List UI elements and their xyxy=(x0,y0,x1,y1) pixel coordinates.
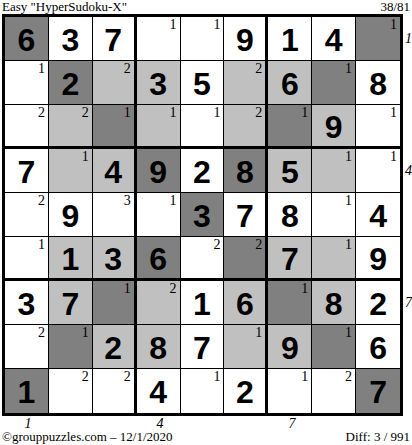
cell-r1c2[interactable]: 3 xyxy=(49,17,93,61)
cell-r8c9[interactable]: 6 xyxy=(356,325,400,369)
cell-r7c1[interactable]: 3 xyxy=(5,281,49,325)
cell-r5c8[interactable]: 1 xyxy=(312,193,356,237)
cell-r1c6[interactable]: 9 xyxy=(224,17,268,61)
given-digit: 8 xyxy=(149,330,167,364)
cell-r5c7[interactable]: 8 xyxy=(268,193,312,237)
title-bar: Easy "HyperSudoku-X" 38/81 xyxy=(2,0,410,13)
cell-r5c5[interactable]: 3 xyxy=(181,193,225,237)
given-digit: 2 xyxy=(193,154,211,188)
sudoku-board: 6371191411223526182211121917149285112931… xyxy=(2,14,403,416)
cell-r3c8[interactable]: 9 xyxy=(312,105,356,149)
cell-r6c9[interactable]: 9 xyxy=(356,237,400,281)
given-digit: 4 xyxy=(325,22,343,56)
cell-r4c9[interactable]: 1 xyxy=(356,149,400,193)
cell-r8c7[interactable]: 9 xyxy=(268,325,312,369)
cell-r2c3[interactable]: 2 xyxy=(93,61,137,105)
cell-r5c1[interactable]: 2 xyxy=(5,193,49,237)
pencil-mark: 1 xyxy=(38,61,45,76)
given-digit: 6 xyxy=(369,330,387,364)
cell-r5c4[interactable]: 1 xyxy=(137,193,181,237)
pencil-mark: 1 xyxy=(38,237,45,252)
cell-r3c1[interactable]: 2 xyxy=(5,105,49,149)
pencil-mark: 2 xyxy=(82,105,89,120)
pencil-mark: 2 xyxy=(38,325,45,340)
given-digit: 2 xyxy=(104,330,122,364)
cell-r8c6[interactable]: 1 xyxy=(224,325,268,369)
given-digit: 3 xyxy=(104,241,122,275)
cell-r8c8[interactable]: 1 xyxy=(312,325,356,369)
cell-r7c2[interactable]: 7 xyxy=(49,281,93,325)
cell-r3c7[interactable]: 1 xyxy=(268,105,312,149)
pencil-mark: 1 xyxy=(301,281,308,296)
pencil-mark: 2 xyxy=(82,369,89,384)
given-digit: 9 xyxy=(325,109,343,143)
given-digit: 9 xyxy=(369,241,387,275)
cell-r3c5[interactable]: 1 xyxy=(181,105,225,149)
pencil-mark: 1 xyxy=(390,149,397,164)
pencil-mark: 1 xyxy=(124,105,131,120)
cell-r3c9[interactable]: 1 xyxy=(356,105,400,149)
cell-r4c5[interactable]: 2 xyxy=(181,149,225,193)
given-digit: 6 xyxy=(149,241,167,275)
cell-r9c8[interactable]: 2 xyxy=(312,369,356,413)
cell-r4c4[interactable]: 9 xyxy=(137,149,181,193)
given-digit: 7 xyxy=(236,198,254,232)
cell-r1c1[interactable]: 6 xyxy=(5,17,49,61)
given-digit: 6 xyxy=(281,66,299,100)
cell-r7c7[interactable]: 1 xyxy=(268,281,312,325)
cell-r9c4[interactable]: 4 xyxy=(137,369,181,413)
given-digit: 8 xyxy=(369,66,387,100)
cell-r2c6[interactable]: 2 xyxy=(224,61,268,105)
given-digit: 9 xyxy=(61,198,79,232)
puzzle-page: Easy "HyperSudoku-X" 38/81 6371191411223… xyxy=(0,0,412,445)
given-digit: 3 xyxy=(61,22,79,56)
cell-r9c7[interactable]: 1 xyxy=(268,369,312,413)
given-digit: 2 xyxy=(369,286,387,320)
cell-r4c8[interactable]: 1 xyxy=(312,149,356,193)
cell-r5c2[interactable]: 9 xyxy=(49,193,93,237)
pencil-mark: 2 xyxy=(170,281,177,296)
pencil-mark: 1 xyxy=(124,281,131,296)
cell-r3c4[interactable]: 1 xyxy=(137,105,181,149)
cell-r9c1[interactable]: 1 xyxy=(5,369,49,413)
given-digit: 8 xyxy=(236,154,254,188)
given-digit: 2 xyxy=(61,66,79,100)
given-digit: 3 xyxy=(18,286,36,320)
cell-r1c3[interactable]: 7 xyxy=(93,17,137,61)
pencil-mark: 2 xyxy=(255,105,262,120)
cell-r8c2[interactable]: 1 xyxy=(49,325,93,369)
cell-r4c3[interactable]: 4 xyxy=(93,149,137,193)
given-digit: 1 xyxy=(281,22,299,56)
cell-r9c9[interactable]: 7 xyxy=(356,369,400,413)
row-label-4: 4 xyxy=(405,164,412,178)
cell-r7c6[interactable]: 6 xyxy=(224,281,268,325)
col-label-7: 7 xyxy=(282,417,302,430)
given-digit: 6 xyxy=(236,286,254,320)
copyright-text: ©grouppuzzles.com – 12/1/2020 xyxy=(2,430,173,443)
pencil-mark: 1 xyxy=(345,149,352,164)
pencil-mark: 2 xyxy=(38,193,45,208)
cell-r1c7[interactable]: 1 xyxy=(268,17,312,61)
row-label-7: 7 xyxy=(405,296,412,310)
pencil-mark: 2 xyxy=(124,369,131,384)
given-digit: 3 xyxy=(193,198,211,232)
given-digit: 7 xyxy=(193,330,211,364)
pencil-mark: 1 xyxy=(213,105,220,120)
cell-r6c2[interactable]: 1 xyxy=(49,237,93,281)
pencil-mark: 2 xyxy=(38,105,45,120)
pencil-mark: 1 xyxy=(213,369,220,384)
pencil-mark: 1 xyxy=(255,325,262,340)
given-digit: 5 xyxy=(193,66,211,100)
footer: ©grouppuzzles.com – 12/1/2020 Diff: 3 / … xyxy=(2,430,410,444)
pencil-mark: 1 xyxy=(213,17,220,32)
cell-r7c9[interactable]: 2 xyxy=(356,281,400,325)
given-digit: 7 xyxy=(104,22,122,56)
cell-r2c7[interactable]: 6 xyxy=(268,61,312,105)
pencil-mark: 1 xyxy=(345,193,352,208)
cell-r5c3[interactable]: 3 xyxy=(93,193,137,237)
cell-r6c3[interactable]: 3 xyxy=(93,237,137,281)
cell-r3c6[interactable]: 2 xyxy=(224,105,268,149)
progress-counter: 38/81 xyxy=(380,0,410,13)
cell-r8c4[interactable]: 8 xyxy=(137,325,181,369)
given-digit: 3 xyxy=(149,66,167,100)
cell-r4c1[interactable]: 7 xyxy=(5,149,49,193)
given-digit: 7 xyxy=(61,286,79,320)
cell-r2c2[interactable]: 2 xyxy=(49,61,93,105)
given-digit: 2 xyxy=(236,374,254,408)
given-digit: 1 xyxy=(61,241,79,275)
pencil-mark: 1 xyxy=(390,105,397,120)
cell-r9c6[interactable]: 2 xyxy=(224,369,268,413)
row-label-1: 1 xyxy=(405,32,412,46)
cell-r4c2[interactable]: 1 xyxy=(49,149,93,193)
pencil-mark: 1 xyxy=(170,105,177,120)
cell-r5c6[interactable]: 7 xyxy=(224,193,268,237)
cell-r2c9[interactable]: 8 xyxy=(356,61,400,105)
cell-r1c8[interactable]: 4 xyxy=(312,17,356,61)
given-digit: 8 xyxy=(325,286,343,320)
given-digit: 5 xyxy=(281,154,299,188)
cell-r8c1[interactable]: 2 xyxy=(5,325,49,369)
cell-r7c3[interactable]: 1 xyxy=(93,281,137,325)
cell-r4c7[interactable]: 5 xyxy=(268,149,312,193)
given-digit: 9 xyxy=(149,154,167,188)
given-digit: 7 xyxy=(281,241,299,275)
cell-r3c3[interactable]: 1 xyxy=(93,105,137,149)
pencil-mark: 3 xyxy=(124,193,131,208)
pencil-mark: 1 xyxy=(390,17,397,32)
given-digit: 8 xyxy=(281,198,299,232)
cell-r3c2[interactable]: 2 xyxy=(49,105,93,149)
cell-r6c6[interactable]: 2 xyxy=(224,237,268,281)
given-digit: 4 xyxy=(149,374,167,408)
given-digit: 7 xyxy=(18,154,36,188)
pencil-mark: 2 xyxy=(345,369,352,384)
cell-r8c5[interactable]: 7 xyxy=(181,325,225,369)
cell-r7c5[interactable]: 1 xyxy=(181,281,225,325)
pencil-mark: 2 xyxy=(255,61,262,76)
cell-r9c5[interactable]: 1 xyxy=(181,369,225,413)
pencil-mark: 1 xyxy=(170,193,177,208)
cell-r1c5[interactable]: 1 xyxy=(181,17,225,61)
cell-r7c8[interactable]: 8 xyxy=(312,281,356,325)
pencil-mark: 1 xyxy=(170,17,177,32)
cell-r9c2[interactable]: 2 xyxy=(49,369,93,413)
cell-r9c3[interactable]: 2 xyxy=(93,369,137,413)
cell-r6c1[interactable]: 1 xyxy=(5,237,49,281)
pencil-mark: 1 xyxy=(345,237,352,252)
cell-r7c4[interactable]: 2 xyxy=(137,281,181,325)
pencil-mark: 1 xyxy=(301,105,308,120)
pencil-mark: 1 xyxy=(82,325,89,340)
given-digit: 1 xyxy=(193,286,211,320)
cell-r6c4[interactable]: 6 xyxy=(137,237,181,281)
cell-r2c1[interactable]: 1 xyxy=(5,61,49,105)
cell-r2c5[interactable]: 5 xyxy=(181,61,225,105)
given-digit: 7 xyxy=(369,374,387,408)
pencil-mark: 1 xyxy=(345,61,352,76)
pencil-mark: 1 xyxy=(82,149,89,164)
given-digit: 9 xyxy=(236,22,254,56)
pencil-mark: 2 xyxy=(213,237,220,252)
given-digit: 1 xyxy=(18,374,36,408)
cell-r8c3[interactable]: 2 xyxy=(93,325,137,369)
puzzle-title: Easy "HyperSudoku-X" xyxy=(2,0,127,13)
cell-r6c5[interactable]: 2 xyxy=(181,237,225,281)
pencil-mark: 1 xyxy=(345,325,352,340)
difficulty-text: Diff: 3 / 991 xyxy=(346,430,410,443)
pencil-mark: 1 xyxy=(301,369,308,384)
cell-r2c4[interactable]: 3 xyxy=(137,61,181,105)
cell-r6c8[interactable]: 1 xyxy=(312,237,356,281)
given-digit: 9 xyxy=(281,330,299,364)
cell-r2c8[interactable]: 1 xyxy=(312,61,356,105)
cell-r4c6[interactable]: 8 xyxy=(224,149,268,193)
pencil-mark: 2 xyxy=(124,61,131,76)
given-digit: 4 xyxy=(104,154,122,188)
cell-r1c9[interactable]: 1 xyxy=(356,17,400,61)
cell-r1c4[interactable]: 1 xyxy=(137,17,181,61)
pencil-mark: 2 xyxy=(255,237,262,252)
given-digit: 4 xyxy=(369,198,387,232)
cell-r5c9[interactable]: 4 xyxy=(356,193,400,237)
cell-r6c7[interactable]: 7 xyxy=(268,237,312,281)
given-digit: 6 xyxy=(18,22,36,56)
